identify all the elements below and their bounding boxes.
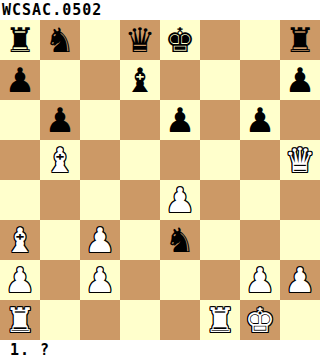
square-e8[interactable]: ♚ (160, 20, 200, 60)
square-h3[interactable] (280, 220, 320, 260)
square-a7[interactable]: ♟ (0, 60, 40, 100)
square-c2[interactable]: ♟ (80, 260, 120, 300)
black-knight[interactable]: ♞ (165, 220, 195, 260)
black-pawn[interactable]: ♟ (165, 100, 195, 140)
square-e2[interactable] (160, 260, 200, 300)
square-e4[interactable]: ♟ (160, 180, 200, 220)
square-g3[interactable] (240, 220, 280, 260)
square-d4[interactable] (120, 180, 160, 220)
square-b4[interactable] (40, 180, 80, 220)
square-e1[interactable] (160, 300, 200, 340)
black-knight[interactable]: ♞ (45, 20, 75, 60)
black-pawn[interactable]: ♟ (245, 100, 275, 140)
black-pawn[interactable]: ♟ (45, 100, 75, 140)
square-b7[interactable] (40, 60, 80, 100)
square-g4[interactable] (240, 180, 280, 220)
square-h6[interactable] (280, 100, 320, 140)
square-h2[interactable]: ♟ (280, 260, 320, 300)
white-bishop[interactable]: ♝ (45, 140, 75, 180)
white-rook[interactable]: ♜ (5, 300, 35, 340)
square-f2[interactable] (200, 260, 240, 300)
white-pawn[interactable]: ♟ (85, 220, 115, 260)
white-queen[interactable]: ♛ (285, 140, 315, 180)
white-pawn[interactable]: ♟ (285, 260, 315, 300)
square-e6[interactable]: ♟ (160, 100, 200, 140)
square-a8[interactable]: ♜ (0, 20, 40, 60)
square-c1[interactable] (80, 300, 120, 340)
square-c8[interactable] (80, 20, 120, 60)
white-pawn[interactable]: ♟ (165, 180, 195, 220)
square-g2[interactable]: ♟ (240, 260, 280, 300)
square-b2[interactable] (40, 260, 80, 300)
square-h7[interactable]: ♟ (280, 60, 320, 100)
black-pawn[interactable]: ♟ (285, 60, 315, 100)
black-rook[interactable]: ♜ (285, 20, 315, 60)
square-g8[interactable] (240, 20, 280, 60)
square-a4[interactable] (0, 180, 40, 220)
square-e3[interactable]: ♞ (160, 220, 200, 260)
square-g5[interactable] (240, 140, 280, 180)
move-prompt: 1. ? (0, 340, 320, 360)
square-f7[interactable] (200, 60, 240, 100)
black-bishop[interactable]: ♝ (125, 60, 155, 100)
square-h1[interactable] (280, 300, 320, 340)
square-e5[interactable] (160, 140, 200, 180)
square-h5[interactable]: ♛ (280, 140, 320, 180)
square-f1[interactable]: ♜ (200, 300, 240, 340)
square-b6[interactable]: ♟ (40, 100, 80, 140)
square-b3[interactable] (40, 220, 80, 260)
square-d3[interactable] (120, 220, 160, 260)
square-c6[interactable] (80, 100, 120, 140)
square-c4[interactable] (80, 180, 120, 220)
square-f6[interactable] (200, 100, 240, 140)
white-king[interactable]: ♚ (245, 300, 275, 340)
square-g7[interactable] (240, 60, 280, 100)
square-c3[interactable]: ♟ (80, 220, 120, 260)
square-h4[interactable] (280, 180, 320, 220)
square-f4[interactable] (200, 180, 240, 220)
white-pawn[interactable]: ♟ (85, 260, 115, 300)
puzzle-title: WCSAC.0502 (0, 0, 320, 20)
square-f8[interactable] (200, 20, 240, 60)
square-d7[interactable]: ♝ (120, 60, 160, 100)
square-d5[interactable] (120, 140, 160, 180)
square-a3[interactable]: ♝ (0, 220, 40, 260)
square-a2[interactable]: ♟ (0, 260, 40, 300)
square-b8[interactable]: ♞ (40, 20, 80, 60)
black-king[interactable]: ♚ (165, 20, 195, 60)
square-d2[interactable] (120, 260, 160, 300)
square-g6[interactable]: ♟ (240, 100, 280, 140)
black-pawn[interactable]: ♟ (5, 60, 35, 100)
square-c7[interactable] (80, 60, 120, 100)
square-b1[interactable] (40, 300, 80, 340)
chess-board: ♜♞♛♚♜♟♝♟♟♟♟♝♛♟♝♟♞♟♟♟♟♜♜♚ (0, 20, 320, 340)
white-rook[interactable]: ♜ (205, 300, 235, 340)
square-d1[interactable] (120, 300, 160, 340)
square-h8[interactable]: ♜ (280, 20, 320, 60)
chess-puzzle-page: WCSAC.0502 ♜♞♛♚♜♟♝♟♟♟♟♝♛♟♝♟♞♟♟♟♟♜♜♚ 1. ? (0, 0, 320, 360)
white-pawn[interactable]: ♟ (245, 260, 275, 300)
black-queen[interactable]: ♛ (125, 20, 155, 60)
square-c5[interactable] (80, 140, 120, 180)
square-a5[interactable] (0, 140, 40, 180)
white-bishop[interactable]: ♝ (5, 220, 35, 260)
square-f3[interactable] (200, 220, 240, 260)
square-d8[interactable]: ♛ (120, 20, 160, 60)
square-a1[interactable]: ♜ (0, 300, 40, 340)
square-g1[interactable]: ♚ (240, 300, 280, 340)
black-rook[interactable]: ♜ (5, 20, 35, 60)
square-a6[interactable] (0, 100, 40, 140)
square-b5[interactable]: ♝ (40, 140, 80, 180)
square-e7[interactable] (160, 60, 200, 100)
square-f5[interactable] (200, 140, 240, 180)
square-d6[interactable] (120, 100, 160, 140)
white-pawn[interactable]: ♟ (5, 260, 35, 300)
